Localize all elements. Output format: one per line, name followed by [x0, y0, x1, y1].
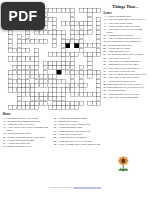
- clue-text: A person who designs buildings.: [57, 117, 87, 120]
- clue-item: 42.A place where people make things.: [103, 96, 148, 99]
- down-section: Down 1.Something that people use to pain…: [3, 113, 102, 149]
- clue-number: 37.: [103, 80, 106, 83]
- clue-number: 4.: [3, 120, 6, 123]
- clue-text: A place in a home where people watch TV.: [107, 18, 146, 21]
- clue-item: 16.A person who designs buildings.: [54, 117, 102, 120]
- page-title: Things That...: [103, 4, 148, 9]
- clue-text: A place where people make things.: [107, 96, 139, 99]
- across-header: Across: [103, 11, 148, 14]
- clue-item: 22.A person who flies planes.: [103, 47, 148, 50]
- worksheet-page: PDF Things That... Across 1.An insect th…: [0, 0, 149, 198]
- clue-text: A place where people drive.: [57, 133, 82, 136]
- clue-text: The season when leaves change color.: [107, 40, 141, 43]
- clue-number: 23.: [54, 130, 57, 133]
- clue-number: 26.: [54, 136, 57, 139]
- clue-number: 38.: [103, 83, 106, 86]
- clue-text: A place where people grow flowers.: [107, 76, 140, 79]
- clue-number: 11.: [3, 139, 6, 142]
- clue-number: 12.: [103, 34, 106, 37]
- clue-item: 20.An animal that makes webs.: [103, 44, 148, 47]
- clue-item: 40.A person who sings.: [103, 89, 148, 92]
- clue-number: 5.: [3, 123, 6, 126]
- clue-number: 6.: [3, 126, 6, 131]
- clue-item: 27.The time of day when people eat dinne…: [103, 53, 148, 56]
- clue-text: A person who plays sports.: [6, 132, 30, 135]
- clue-text: The time of day when people eat dinner.: [107, 53, 143, 56]
- clue-item: 33.A place where people watch movies.: [103, 67, 148, 70]
- clue-text: A thing that people use to catch fish.: [57, 130, 90, 133]
- clue-text: The time of day when people eat breakfas…: [6, 136, 45, 139]
- void-cell: [97, 106, 101, 110]
- clue-number: 2.: [103, 18, 106, 21]
- clue-text: A place in a home where people park thei…: [57, 143, 100, 146]
- clue-number: 15.: [103, 37, 106, 40]
- clue-item: 4.The season when farmers plant crops.: [3, 120, 51, 123]
- clue-number: 7.: [103, 25, 106, 28]
- clue-text: A place where people buy toys.: [107, 70, 135, 73]
- clue-text: An insect that makes honey.: [107, 15, 132, 18]
- clue-number: 17.: [54, 120, 57, 123]
- clue-number: 20.: [103, 44, 106, 47]
- clue-item: 24.A thing that people drive.: [103, 50, 148, 53]
- clue-number: 8.: [3, 132, 6, 135]
- clue-number: 16.: [54, 117, 57, 120]
- clue-item: 2.A place in a home where people watch T…: [103, 18, 148, 21]
- clue-item: 7.A person who has trained for a sport.: [103, 25, 148, 28]
- clue-number: 18.: [103, 40, 106, 43]
- clue-item: 25.A place where people drive.: [54, 133, 102, 136]
- clue-text: A place where people stay as overnight g…: [107, 28, 148, 33]
- clue-text: A thing that people drive.: [107, 50, 130, 53]
- clue-item: 19.A place where people borrow books.: [54, 123, 102, 126]
- clue-item: 28.A thing that people use to tell the t…: [54, 140, 102, 143]
- clue-item: 41.A thing that people use to cut wood.: [103, 93, 148, 96]
- clue-item: 13.A person who cooks food.: [3, 142, 51, 145]
- sunflower-icon: [117, 156, 129, 173]
- clue-number: 41.: [103, 93, 106, 96]
- clue-item: 8.A person who plays sports.: [3, 132, 51, 135]
- clue-number: 34.: [103, 70, 106, 73]
- across-clue-list: 1.An insect that makes honey.2.A place i…: [103, 15, 148, 98]
- clue-item: 1.Something that people use to paint.: [3, 117, 51, 120]
- down-clue-list-left: 1.Something that people use to paint.4.T…: [3, 117, 51, 149]
- clue-text: A person who cures sick people.: [107, 80, 136, 83]
- clue-number: 22.: [103, 47, 106, 50]
- copyright-text: © 2022 Lanternfish ESL: [48, 186, 73, 188]
- clue-text: A thing that people use to cut wood.: [107, 93, 140, 96]
- clue-number: 19.: [54, 123, 57, 126]
- clue-text: A thing that people use to sew.: [6, 123, 34, 126]
- clue-number: 25.: [54, 133, 57, 136]
- clue-text: A thing that people use to cut meat.: [107, 63, 139, 66]
- pdf-badge-label: PDF: [8, 8, 37, 24]
- clue-item: 29.A place where people eat.: [103, 57, 148, 60]
- clue-text: A person who flies planes.: [107, 47, 131, 50]
- clue-item: 26.A person who does experiments.: [54, 136, 102, 139]
- clue-item: 6.A place where people can see old thing…: [3, 126, 51, 131]
- clue-number: 1.: [103, 15, 106, 18]
- clue-number: 13.: [3, 142, 6, 145]
- clue-item: 14.Someone who puts out fires.: [3, 145, 51, 148]
- clue-text: An animal that makes webs.: [107, 44, 133, 47]
- clue-number: 14.: [3, 145, 6, 148]
- clue-text: A person who has trained for a sport.: [107, 25, 140, 28]
- clue-item: 31.A place where kids make sandcastles.: [103, 60, 148, 63]
- clue-text: Someone who teaches.: [57, 120, 78, 123]
- clue-number: 1.: [3, 117, 6, 120]
- clue-number: 9.: [103, 28, 106, 33]
- clue-text: A place in a home where people cook food…: [107, 73, 146, 76]
- clue-text: Someone who puts out fires.: [6, 145, 32, 148]
- clue-number: 27.: [103, 53, 106, 56]
- clue-item: 32.A thing that people use to cut meat.: [103, 63, 148, 66]
- clue-number: 30.: [54, 143, 57, 146]
- clue-text: A place in a home where people sleep.: [107, 37, 142, 40]
- clue-number: 40.: [103, 89, 106, 92]
- clue-number: 32.: [103, 63, 106, 66]
- clue-number: 35.: [103, 73, 106, 76]
- clue-text: A place where people eat.: [107, 57, 130, 60]
- clue-text: A person who sings.: [107, 89, 125, 92]
- clue-text: A place where people borrow books.: [57, 123, 90, 126]
- clue-text: The season when farmers plant crops.: [6, 120, 40, 123]
- clue-item: 21.A person who grows crops.: [54, 126, 102, 129]
- clue-text: A person who grows crops.: [57, 126, 82, 129]
- clue-number: 24.: [103, 50, 106, 53]
- footer: © 2022 Lanternfish ESL www.bogglesworlde…: [0, 186, 149, 188]
- clue-text: A person who does experiments.: [57, 136, 87, 139]
- clue-number: 21.: [54, 126, 57, 129]
- clue-item: 10.The time of day when people eat break…: [3, 136, 51, 139]
- clue-number: 29.: [103, 57, 106, 60]
- clue-item: 35.A place in a home where people cook f…: [103, 73, 148, 76]
- clue-text: A place where people watch movies.: [107, 67, 140, 70]
- clue-text: A person who cooks food.: [6, 142, 30, 145]
- clue-item: 30.A place in a home where people park t…: [54, 143, 102, 146]
- clue-number: 36.: [103, 76, 106, 79]
- clue-item: 23.A thing that people use to catch fish…: [54, 130, 102, 133]
- clue-item: 18.The season when leaves change color.: [103, 40, 148, 43]
- down-header: Down: [3, 113, 102, 116]
- clue-item: 36.A place where people grow flowers.: [103, 76, 148, 79]
- clue-item: 5.A thing that people use to sew.: [3, 123, 51, 126]
- clue-number: 31.: [103, 60, 106, 63]
- clue-item: 12.An animal that gives us milk.: [103, 34, 148, 37]
- across-section: Things That... Across 1.An insect that m…: [103, 4, 148, 99]
- pdf-badge: PDF: [1, 2, 45, 30]
- clue-number: 42.: [103, 96, 106, 99]
- clue-item: 39.Something people use to clean up leav…: [103, 86, 148, 89]
- clue-item: 37.A person who cures sick people.: [103, 80, 148, 83]
- clue-item: 17.Someone who teaches.: [54, 120, 102, 123]
- down-clue-list-right: 16.A person who designs buildings.17.Som…: [54, 117, 102, 149]
- clue-number: 3.: [103, 22, 106, 25]
- clue-text: A place where people picnic.: [107, 22, 133, 25]
- clue-text: An animal that gives us milk.: [107, 34, 134, 37]
- clue-item: 15.A place in a home where people sleep.: [103, 37, 148, 40]
- clue-item: 1.An insect that makes honey.: [103, 15, 148, 18]
- clue-item: 11.A person who builds buildings.: [3, 139, 51, 142]
- clue-text: A thing that people use to tell the time…: [57, 140, 92, 143]
- clue-number: 33.: [103, 67, 106, 70]
- clue-text: A place where people can see old things …: [6, 126, 50, 131]
- clue-item: 34.A place where people buy toys.: [103, 70, 148, 73]
- clue-text: Something people use to take pictures.: [107, 83, 142, 86]
- clue-text: Something that people use to paint.: [6, 117, 38, 120]
- clue-item: 3.A place where people picnic.: [103, 22, 148, 25]
- clue-text: A place where kids make sandcastles.: [107, 60, 141, 63]
- clue-item: 9.A place where people stay as overnight…: [103, 28, 148, 33]
- clue-item: 38.Something people use to take pictures…: [103, 83, 148, 86]
- clue-text: Something people use to clean up leaves.: [107, 86, 144, 89]
- footer-link[interactable]: www.bogglesworldesl.com: [74, 186, 101, 188]
- clue-number: 39.: [103, 86, 106, 89]
- clue-text: A person who builds buildings.: [6, 139, 34, 142]
- clue-number: 28.: [54, 140, 57, 143]
- clue-number: 10.: [3, 136, 6, 139]
